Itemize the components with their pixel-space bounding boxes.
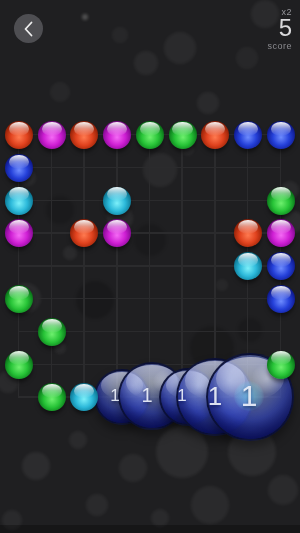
ball-blue[interactable] <box>267 285 295 313</box>
ball-green[interactable] <box>5 351 33 379</box>
ball-magenta[interactable] <box>267 219 295 247</box>
score-hud: x2 5 score <box>267 7 292 51</box>
ball-green[interactable] <box>267 351 295 379</box>
ball-cyan[interactable] <box>5 187 33 215</box>
ball-green[interactable] <box>136 121 164 149</box>
ball-blue[interactable] <box>267 121 295 149</box>
bubble-count: 1 <box>141 384 152 407</box>
bubble-count: 1 <box>110 386 119 406</box>
bottom-shade <box>0 525 300 533</box>
bubble-count: 1 <box>241 379 258 413</box>
ball-magenta[interactable] <box>38 121 66 149</box>
ball-green[interactable] <box>267 187 295 215</box>
ball-blue[interactable] <box>234 121 262 149</box>
ball-magenta[interactable] <box>103 121 131 149</box>
game-board[interactable]: 11111 <box>0 0 300 533</box>
ball-green[interactable] <box>38 383 66 411</box>
ball-cyan[interactable] <box>70 383 98 411</box>
score-value: 5 <box>267 17 292 39</box>
ball-green[interactable] <box>169 121 197 149</box>
ball-cyan[interactable] <box>234 252 262 280</box>
bubble-count: 1 <box>177 386 186 406</box>
ball-blue[interactable] <box>267 252 295 280</box>
score-label: score <box>267 41 292 51</box>
back-button[interactable] <box>14 14 43 43</box>
bubble-count: 1 <box>208 381 222 412</box>
ball-blue[interactable] <box>5 154 33 182</box>
app-screen: 11111 x2 5 score <box>0 0 300 533</box>
ball-green[interactable] <box>38 318 66 346</box>
ball-green[interactable] <box>5 285 33 313</box>
ball-red[interactable] <box>5 121 33 149</box>
ball-cyan[interactable] <box>103 187 131 215</box>
chevron-left-icon <box>23 21 34 37</box>
ball-red[interactable] <box>201 121 229 149</box>
